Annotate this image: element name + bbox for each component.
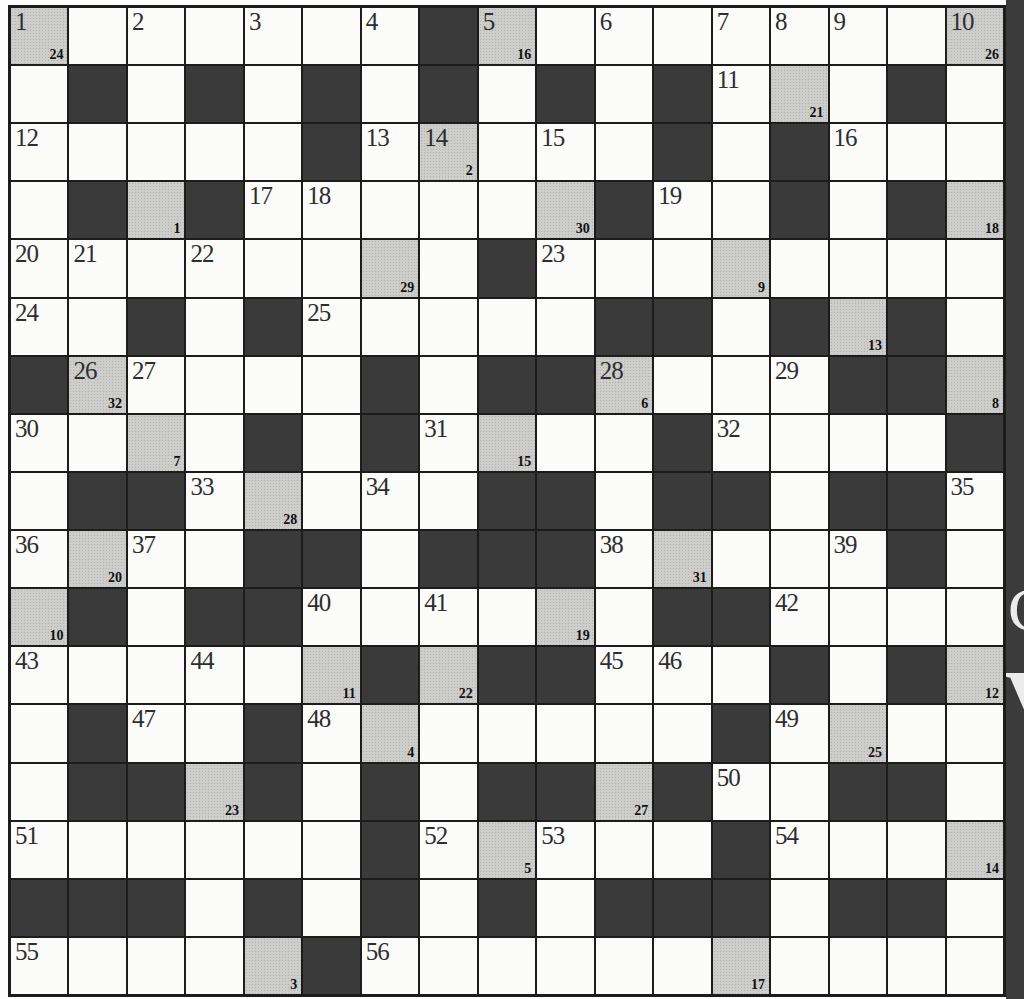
cell-r5-c8[interactable] <box>479 299 535 355</box>
shaded-cell-r4-c6[interactable]: 29 <box>362 240 418 296</box>
shaded-cell-r6-c10[interactable]: 286 <box>596 357 652 413</box>
cell-r5-c5[interactable]: 25 <box>303 299 359 355</box>
cell-r16-c3[interactable] <box>186 938 242 994</box>
cell-r8-c7[interactable] <box>420 473 476 529</box>
clue-number: 14 <box>424 124 447 153</box>
cell-r16-c16[interactable] <box>947 938 1003 994</box>
cell-r12-c5[interactable]: 48 <box>303 705 359 761</box>
cell-r16-c2[interactable] <box>128 938 184 994</box>
cell-r4-c5[interactable] <box>303 240 359 296</box>
block-cell-r4-c8 <box>479 240 535 296</box>
cell-r2-c4[interactable] <box>245 124 301 180</box>
cell-r11-c11[interactable]: 46 <box>654 647 710 703</box>
cell-r4-c1[interactable]: 21 <box>69 240 125 296</box>
cell-r7-c13[interactable] <box>771 415 827 471</box>
cell-r9-c14[interactable]: 39 <box>830 531 886 587</box>
cell-r14-c3[interactable] <box>186 822 242 878</box>
cell-r14-c2[interactable] <box>128 822 184 878</box>
block-cell-r13-c8 <box>479 764 535 820</box>
cell-r7-c12[interactable]: 32 <box>713 415 769 471</box>
shaded-cell-r13-c10[interactable]: 27 <box>596 764 652 820</box>
shaded-cell-r8-c4[interactable]: 28 <box>245 473 301 529</box>
cell-r7-c10[interactable] <box>596 415 652 471</box>
block-cell-r5-c15 <box>888 299 944 355</box>
cell-r9-c13[interactable] <box>771 531 827 587</box>
shaded-cell-r0-c16[interactable]: 1026 <box>947 8 1003 64</box>
cell-r16-c0[interactable]: 55 <box>11 938 67 994</box>
cell-r16-c15[interactable] <box>888 938 944 994</box>
shaded-cell-r0-c0[interactable]: 124 <box>11 8 67 64</box>
cell-r0-c10[interactable]: 6 <box>596 8 652 64</box>
block-cell-r0-c7 <box>420 8 476 64</box>
cell-r9-c10[interactable]: 38 <box>596 531 652 587</box>
cell-r15-c13[interactable] <box>771 880 827 936</box>
cell-r2-c10[interactable] <box>596 124 652 180</box>
cell-r14-c5[interactable] <box>303 822 359 878</box>
clue-number: 55 <box>15 938 38 967</box>
cell-r12-c0[interactable] <box>11 705 67 761</box>
cell-r10-c13[interactable]: 42 <box>771 589 827 645</box>
clue-number: 32 <box>717 415 740 444</box>
cell-r0-c2[interactable]: 2 <box>128 8 184 64</box>
cell-r11-c1[interactable] <box>69 647 125 703</box>
cell-r7-c7[interactable]: 31 <box>420 415 476 471</box>
cell-r13-c7[interactable] <box>420 764 476 820</box>
cell-r3-c8[interactable] <box>479 182 535 238</box>
cell-r16-c14[interactable] <box>830 938 886 994</box>
clue-number: 2 <box>132 8 144 37</box>
shaded-cell-r9-c1[interactable]: 20 <box>69 531 125 587</box>
clue-number: 47 <box>132 705 155 734</box>
cell-r6-c13[interactable]: 29 <box>771 357 827 413</box>
cell-r14-c13[interactable]: 54 <box>771 822 827 878</box>
clue-number: 1 <box>15 8 27 37</box>
cell-r11-c2[interactable] <box>128 647 184 703</box>
cell-r8-c13[interactable] <box>771 473 827 529</box>
page-margin-strip: C V <box>1006 0 1024 999</box>
shaded-cell-r0-c8[interactable]: 516 <box>479 8 535 64</box>
cell-r1-c2[interactable] <box>128 66 184 122</box>
cell-r13-c13[interactable] <box>771 764 827 820</box>
clue-number: 13 <box>366 124 389 153</box>
shaded-cell-r2-c7[interactable]: 142 <box>420 124 476 180</box>
cell-r7-c9[interactable] <box>537 415 593 471</box>
cell-r13-c16[interactable] <box>947 764 1003 820</box>
cell-r13-c5[interactable] <box>303 764 359 820</box>
cell-r7-c3[interactable] <box>186 415 242 471</box>
shaded-cell-r6-c16[interactable]: 8 <box>947 357 1003 413</box>
cell-r14-c4[interactable] <box>245 822 301 878</box>
cell-r1-c8[interactable] <box>479 66 535 122</box>
cell-r16-c7[interactable] <box>420 938 476 994</box>
cell-r4-c15[interactable] <box>888 240 944 296</box>
block-cell-r13-c15 <box>888 764 944 820</box>
cipher-number: 12 <box>985 686 999 702</box>
clue-number: 49 <box>775 705 798 734</box>
cell-r2-c9[interactable]: 15 <box>537 124 593 180</box>
cell-r10-c6[interactable] <box>362 589 418 645</box>
block-cell-r11-c13 <box>771 647 827 703</box>
shaded-cell-r5-c14[interactable]: 13 <box>830 299 886 355</box>
cell-r4-c13[interactable] <box>771 240 827 296</box>
shaded-cell-r16-c12[interactable]: 17 <box>713 938 769 994</box>
cell-r0-c11[interactable] <box>654 8 710 64</box>
cell-r6-c7[interactable] <box>420 357 476 413</box>
cell-r12-c2[interactable]: 47 <box>128 705 184 761</box>
block-cell-r6-c14 <box>830 357 886 413</box>
clue-number: 8 <box>775 8 787 37</box>
cell-r0-c12[interactable]: 7 <box>713 8 769 64</box>
cell-r1-c0[interactable] <box>11 66 67 122</box>
cell-r3-c11[interactable]: 19 <box>654 182 710 238</box>
clue-number: 12 <box>15 124 38 153</box>
cell-r0-c15[interactable] <box>888 8 944 64</box>
cell-r6-c3[interactable] <box>186 357 242 413</box>
cell-r9-c12[interactable] <box>713 531 769 587</box>
shaded-cell-r3-c16[interactable]: 18 <box>947 182 1003 238</box>
block-cell-r5-c13 <box>771 299 827 355</box>
cell-r14-c7[interactable]: 52 <box>420 822 476 878</box>
shaded-cell-r14-c16[interactable]: 14 <box>947 822 1003 878</box>
block-cell-r15-c1 <box>69 880 125 936</box>
shaded-cell-r16-c4[interactable]: 3 <box>245 938 301 994</box>
clue-number: 24 <box>15 299 38 328</box>
cell-r4-c14[interactable] <box>830 240 886 296</box>
cell-r1-c16[interactable] <box>947 66 1003 122</box>
block-cell-r5-c2 <box>128 299 184 355</box>
cell-r2-c12[interactable] <box>713 124 769 180</box>
block-cell-r15-c6 <box>362 880 418 936</box>
cell-r2-c8[interactable] <box>479 124 535 180</box>
shaded-cell-r14-c8[interactable]: 5 <box>479 822 535 878</box>
clue-number: 54 <box>775 822 798 851</box>
block-cell-r5-c4 <box>245 299 301 355</box>
shaded-cell-r9-c11[interactable]: 31 <box>654 531 710 587</box>
cell-r0-c3[interactable] <box>186 8 242 64</box>
cell-r0-c1[interactable] <box>69 8 125 64</box>
block-cell-r9-c7 <box>420 531 476 587</box>
block-cell-r1-c9 <box>537 66 593 122</box>
clue-number: 11 <box>717 66 739 95</box>
cell-r3-c4[interactable]: 17 <box>245 182 301 238</box>
block-cell-r1-c3 <box>186 66 242 122</box>
block-cell-r8-c14 <box>830 473 886 529</box>
cipher-number: 7 <box>173 454 180 470</box>
cell-r16-c10[interactable] <box>596 938 652 994</box>
cell-r12-c10[interactable] <box>596 705 652 761</box>
clue-number: 31 <box>424 415 447 444</box>
clue-number: 4 <box>366 8 378 37</box>
cell-r2-c2[interactable] <box>128 124 184 180</box>
cell-r14-c14[interactable] <box>830 822 886 878</box>
cell-r7-c0[interactable]: 30 <box>11 415 67 471</box>
cell-r2-c0[interactable]: 12 <box>11 124 67 180</box>
shaded-cell-r11-c5[interactable]: 11 <box>303 647 359 703</box>
cell-r5-c0[interactable]: 24 <box>11 299 67 355</box>
cell-r4-c7[interactable] <box>420 240 476 296</box>
block-cell-r11-c9 <box>537 647 593 703</box>
cell-r0-c5[interactable] <box>303 8 359 64</box>
cell-r12-c13[interactable]: 49 <box>771 705 827 761</box>
cell-r12-c8[interactable] <box>479 705 535 761</box>
block-cell-r8-c8 <box>479 473 535 529</box>
clue-number: 9 <box>834 8 846 37</box>
cell-r11-c0[interactable]: 43 <box>11 647 67 703</box>
cell-r9-c6[interactable] <box>362 531 418 587</box>
shaded-cell-r7-c8[interactable]: 15 <box>479 415 535 471</box>
cell-r3-c14[interactable] <box>830 182 886 238</box>
cell-r15-c3[interactable] <box>186 880 242 936</box>
block-cell-r5-c11 <box>654 299 710 355</box>
block-cell-r3-c13 <box>771 182 827 238</box>
cipher-number: 5 <box>524 861 531 877</box>
block-cell-r12-c1 <box>69 705 125 761</box>
cell-r8-c16[interactable]: 35 <box>947 473 1003 529</box>
block-cell-r15-c4 <box>245 880 301 936</box>
shaded-cell-r11-c16[interactable]: 12 <box>947 647 1003 703</box>
cell-r13-c12[interactable]: 50 <box>713 764 769 820</box>
cell-r0-c13[interactable]: 8 <box>771 8 827 64</box>
cell-r7-c1[interactable] <box>69 415 125 471</box>
cell-r10-c7[interactable]: 41 <box>420 589 476 645</box>
cell-r3-c0[interactable] <box>11 182 67 238</box>
clue-number: 39 <box>834 531 857 560</box>
cell-r10-c5[interactable]: 40 <box>303 589 359 645</box>
cell-r2-c6[interactable]: 13 <box>362 124 418 180</box>
cell-r6-c2[interactable]: 27 <box>128 357 184 413</box>
shaded-cell-r10-c9[interactable]: 19 <box>537 589 593 645</box>
cell-r10-c16[interactable] <box>947 589 1003 645</box>
clue-number: 3 <box>249 8 261 37</box>
block-cell-r14-c12 <box>713 822 769 878</box>
cell-r1-c14[interactable] <box>830 66 886 122</box>
block-cell-r15-c0 <box>11 880 67 936</box>
block-cell-r1-c7 <box>420 66 476 122</box>
block-cell-r7-c4 <box>245 415 301 471</box>
cell-r11-c14[interactable] <box>830 647 886 703</box>
cell-r5-c9[interactable] <box>537 299 593 355</box>
cell-r5-c6[interactable] <box>362 299 418 355</box>
cell-r4-c3[interactable]: 22 <box>186 240 242 296</box>
clue-number: 10 <box>951 8 974 37</box>
block-cell-r9-c8 <box>479 531 535 587</box>
cell-r16-c11[interactable] <box>654 938 710 994</box>
cell-r4-c16[interactable] <box>947 240 1003 296</box>
clue-number: 46 <box>658 647 681 676</box>
block-cell-r15-c10 <box>596 880 652 936</box>
cipher-number: 13 <box>868 338 882 354</box>
cell-r9-c2[interactable]: 37 <box>128 531 184 587</box>
block-cell-r15-c12 <box>713 880 769 936</box>
cell-r11-c10[interactable]: 45 <box>596 647 652 703</box>
cell-r1-c10[interactable] <box>596 66 652 122</box>
block-cell-r13-c4 <box>245 764 301 820</box>
block-cell-r10-c12 <box>713 589 769 645</box>
cell-r11-c12[interactable] <box>713 647 769 703</box>
clue-number: 19 <box>658 182 681 211</box>
cell-r7-c14[interactable] <box>830 415 886 471</box>
cell-r0-c4[interactable]: 3 <box>245 8 301 64</box>
clue-number: 16 <box>834 124 857 153</box>
cell-r14-c0[interactable]: 51 <box>11 822 67 878</box>
cell-r10-c8[interactable] <box>479 589 535 645</box>
clue-number: 6 <box>600 8 612 37</box>
cell-r15-c16[interactable] <box>947 880 1003 936</box>
shaded-cell-r13-c3[interactable]: 23 <box>186 764 242 820</box>
cipher-number: 20 <box>108 570 122 586</box>
clue-number: 51 <box>15 822 38 851</box>
cell-r5-c12[interactable] <box>713 299 769 355</box>
cell-r2-c16[interactable] <box>947 124 1003 180</box>
cell-r2-c14[interactable]: 16 <box>830 124 886 180</box>
cell-r16-c1[interactable] <box>69 938 125 994</box>
cell-r8-c0[interactable] <box>11 473 67 529</box>
cell-r4-c4[interactable] <box>245 240 301 296</box>
cell-r15-c7[interactable] <box>420 880 476 936</box>
block-cell-r8-c15 <box>888 473 944 529</box>
cell-r5-c1[interactable] <box>69 299 125 355</box>
shaded-cell-r3-c9[interactable]: 30 <box>537 182 593 238</box>
cell-r6-c5[interactable] <box>303 357 359 413</box>
cell-r8-c3[interactable]: 33 <box>186 473 242 529</box>
cell-r10-c14[interactable] <box>830 589 886 645</box>
cell-r3-c7[interactable] <box>420 182 476 238</box>
cell-r7-c5[interactable] <box>303 415 359 471</box>
block-cell-r1-c15 <box>888 66 944 122</box>
cell-r12-c3[interactable] <box>186 705 242 761</box>
cell-r8-c5[interactable] <box>303 473 359 529</box>
cell-r10-c2[interactable] <box>128 589 184 645</box>
cell-r1-c12[interactable]: 11 <box>713 66 769 122</box>
shaded-cell-r10-c0[interactable]: 10 <box>11 589 67 645</box>
block-cell-r11-c8 <box>479 647 535 703</box>
cell-r13-c0[interactable] <box>11 764 67 820</box>
clue-number: 29 <box>775 357 798 386</box>
block-cell-r9-c15 <box>888 531 944 587</box>
cell-r4-c0[interactable]: 20 <box>11 240 67 296</box>
shaded-cell-r7-c2[interactable]: 7 <box>128 415 184 471</box>
cell-r12-c16[interactable] <box>947 705 1003 761</box>
clue-number: 21 <box>73 240 96 269</box>
cell-r14-c15[interactable] <box>888 822 944 878</box>
clue-number: 28 <box>600 357 623 386</box>
shaded-cell-r4-c12[interactable]: 9 <box>713 240 769 296</box>
cell-r3-c5[interactable]: 18 <box>303 182 359 238</box>
cell-r9-c16[interactable] <box>947 531 1003 587</box>
shaded-cell-r6-c1[interactable]: 2632 <box>69 357 125 413</box>
shaded-cell-r11-c7[interactable]: 22 <box>420 647 476 703</box>
block-cell-r13-c11 <box>654 764 710 820</box>
cell-r14-c9[interactable]: 53 <box>537 822 593 878</box>
cell-r16-c8[interactable] <box>479 938 535 994</box>
block-cell-r5-c10 <box>596 299 652 355</box>
cell-r0-c6[interactable]: 4 <box>362 8 418 64</box>
shaded-cell-r12-c6[interactable]: 4 <box>362 705 418 761</box>
block-cell-r2-c11 <box>654 124 710 180</box>
cell-r10-c10[interactable] <box>596 589 652 645</box>
block-cell-r10-c3 <box>186 589 242 645</box>
cell-r14-c10[interactable] <box>596 822 652 878</box>
cell-r10-c15[interactable] <box>888 589 944 645</box>
cell-r4-c9[interactable]: 23 <box>537 240 593 296</box>
cell-r11-c4[interactable] <box>245 647 301 703</box>
block-cell-r9-c5 <box>303 531 359 587</box>
cell-r6-c4[interactable] <box>245 357 301 413</box>
block-cell-r7-c11 <box>654 415 710 471</box>
block-cell-r14-c6 <box>362 822 418 878</box>
cell-r16-c6[interactable]: 56 <box>362 938 418 994</box>
cell-r15-c5[interactable] <box>303 880 359 936</box>
cell-r6-c12[interactable] <box>713 357 769 413</box>
cell-r9-c3[interactable] <box>186 531 242 587</box>
clue-number: 25 <box>307 299 330 328</box>
cell-r2-c15[interactable] <box>888 124 944 180</box>
cell-r9-c0[interactable]: 36 <box>11 531 67 587</box>
clue-number: 50 <box>717 764 740 793</box>
cell-r5-c7[interactable] <box>420 299 476 355</box>
block-cell-r1-c1 <box>69 66 125 122</box>
cell-r12-c7[interactable] <box>420 705 476 761</box>
cell-r12-c11[interactable] <box>654 705 710 761</box>
cell-r4-c2[interactable] <box>128 240 184 296</box>
block-cell-r10-c4 <box>245 589 301 645</box>
block-cell-r3-c15 <box>888 182 944 238</box>
cell-r6-c11[interactable] <box>654 357 710 413</box>
cell-r4-c10[interactable] <box>596 240 652 296</box>
block-cell-r11-c6 <box>362 647 418 703</box>
cell-r16-c9[interactable] <box>537 938 593 994</box>
cell-r0-c14[interactable]: 9 <box>830 8 886 64</box>
cell-r15-c9[interactable] <box>537 880 593 936</box>
cell-r3-c12[interactable] <box>713 182 769 238</box>
cell-r12-c15[interactable] <box>888 705 944 761</box>
cell-r2-c1[interactable] <box>69 124 125 180</box>
shaded-cell-r3-c2[interactable]: 1 <box>128 182 184 238</box>
block-cell-r7-c6 <box>362 415 418 471</box>
cell-r0-c9[interactable] <box>537 8 593 64</box>
cell-r14-c1[interactable] <box>69 822 125 878</box>
cipher-number: 14 <box>985 861 999 877</box>
cell-r1-c6[interactable] <box>362 66 418 122</box>
cell-r8-c6[interactable]: 34 <box>362 473 418 529</box>
cipher-number: 9 <box>758 280 765 296</box>
clue-number: 56 <box>366 938 389 967</box>
cipher-number: 6 <box>641 396 648 412</box>
cell-r3-c6[interactable] <box>362 182 418 238</box>
clue-number: 35 <box>951 473 974 502</box>
shaded-cell-r1-c13[interactable]: 21 <box>771 66 827 122</box>
cell-r8-c10[interactable] <box>596 473 652 529</box>
cipher-number: 1 <box>173 221 180 237</box>
clue-number: 27 <box>132 357 155 386</box>
crossword-grid: 1242345166789102611211213142151611718301… <box>8 5 1006 997</box>
cell-r5-c16[interactable] <box>947 299 1003 355</box>
cell-r1-c4[interactable] <box>245 66 301 122</box>
clue-number: 43 <box>15 647 38 676</box>
clue-number: 33 <box>190 473 213 502</box>
shaded-cell-r12-c14[interactable]: 25 <box>830 705 886 761</box>
cell-r12-c9[interactable] <box>537 705 593 761</box>
cell-r5-c3[interactable] <box>186 299 242 355</box>
cell-r2-c3[interactable] <box>186 124 242 180</box>
cell-r14-c11[interactable] <box>654 822 710 878</box>
cipher-number: 25 <box>868 745 882 761</box>
cell-r11-c3[interactable]: 44 <box>186 647 242 703</box>
cell-r4-c11[interactable] <box>654 240 710 296</box>
block-cell-r6-c6 <box>362 357 418 413</box>
cell-r7-c15[interactable] <box>888 415 944 471</box>
cell-r16-c13[interactable] <box>771 938 827 994</box>
